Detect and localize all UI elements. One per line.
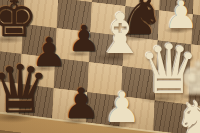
- black-knight-shadow: [110, 32, 159, 43]
- piece-white-bishop: ♝: [92, 6, 148, 62]
- piece-white-king: ♚: [177, 57, 200, 101]
- piece-black-queen: ♛: [0, 57, 53, 123]
- piece-white-pawn-1: ♟: [162, 0, 200, 34]
- piece-white-knight: ♞: [172, 95, 200, 133]
- white-pawn-2-shadow: [97, 121, 137, 130]
- piece-white-queen: ♛: [135, 36, 200, 104]
- chess-board-photo: ♚♛♟♟♟♞♝♟♛♟♚♞: [0, 0, 200, 133]
- black-pawn-3-shadow: [56, 117, 96, 126]
- white-pawn-1-shadow: [159, 26, 195, 34]
- black-queen-shadow: [0, 110, 44, 125]
- black-pawn-2-shadow: [63, 50, 97, 58]
- black-pawn-1-shadow: [25, 64, 63, 73]
- black-king-shadow: [0, 34, 33, 45]
- white-bishop-shadow: [87, 51, 140, 63]
- piece-black-pawn-3: ♟: [60, 83, 102, 125]
- piece-black-knight: ♞: [115, 0, 167, 42]
- white-king-shadow: [173, 92, 200, 102]
- piece-black-king: ♚: [0, 0, 40, 44]
- white-queen-shadow: [129, 91, 194, 106]
- piece-white-pawn-2: ♟: [101, 87, 143, 129]
- piece-black-pawn-1: ♟: [29, 32, 69, 72]
- pieces-layer: ♚♛♟♟♟♞♝♟♛♟♚♞: [0, 0, 200, 133]
- piece-black-pawn-2: ♟: [66, 21, 102, 57]
